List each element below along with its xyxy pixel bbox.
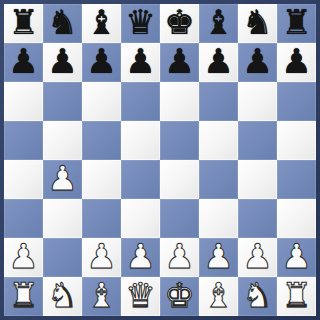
square-a4[interactable] [4, 160, 43, 199]
square-d1[interactable]: ♛ [121, 277, 160, 316]
square-e2[interactable]: ♟ [160, 238, 199, 277]
piece-black-pawn: ♟ [86, 43, 116, 81]
square-b8[interactable]: ♞ [43, 4, 82, 43]
square-b1[interactable]: ♞ [43, 277, 82, 316]
square-d3[interactable] [121, 199, 160, 238]
square-a3[interactable] [4, 199, 43, 238]
square-c4[interactable] [82, 160, 121, 199]
square-d4[interactable] [121, 160, 160, 199]
square-b5[interactable] [43, 121, 82, 160]
square-f4[interactable] [199, 160, 238, 199]
square-g4[interactable] [238, 160, 277, 199]
piece-black-bishop: ♝ [86, 4, 116, 42]
piece-black-knight: ♞ [242, 4, 272, 42]
square-h1[interactable]: ♜ [277, 277, 316, 316]
piece-black-pawn: ♟ [281, 43, 311, 81]
piece-white-rook: ♜ [8, 277, 38, 315]
piece-black-pawn: ♟ [8, 43, 38, 81]
square-g8[interactable]: ♞ [238, 4, 277, 43]
square-c2[interactable]: ♟ [82, 238, 121, 277]
square-a5[interactable] [4, 121, 43, 160]
piece-black-queen: ♛ [125, 4, 155, 42]
piece-black-king: ♚ [164, 4, 194, 42]
square-e8[interactable]: ♚ [160, 4, 199, 43]
piece-white-pawn: ♟ [203, 238, 233, 276]
piece-black-pawn: ♟ [203, 43, 233, 81]
piece-white-pawn: ♟ [125, 238, 155, 276]
piece-white-bishop: ♝ [86, 277, 116, 315]
square-a1[interactable]: ♜ [4, 277, 43, 316]
piece-white-pawn: ♟ [8, 238, 38, 276]
square-g7[interactable]: ♟ [238, 43, 277, 82]
square-h3[interactable] [277, 199, 316, 238]
square-d6[interactable] [121, 82, 160, 121]
square-b3[interactable] [43, 199, 82, 238]
square-c7[interactable]: ♟ [82, 43, 121, 82]
square-a8[interactable]: ♜ [4, 4, 43, 43]
piece-white-pawn: ♟ [86, 238, 116, 276]
square-h4[interactable] [277, 160, 316, 199]
piece-white-pawn: ♟ [47, 160, 77, 198]
piece-white-knight: ♞ [242, 277, 272, 315]
square-f5[interactable] [199, 121, 238, 160]
piece-white-pawn: ♟ [164, 238, 194, 276]
piece-white-knight: ♞ [47, 277, 77, 315]
square-g1[interactable]: ♞ [238, 277, 277, 316]
piece-black-bishop: ♝ [203, 4, 233, 42]
square-b4[interactable]: ♟ [43, 160, 82, 199]
square-h8[interactable]: ♜ [277, 4, 316, 43]
square-c8[interactable]: ♝ [82, 4, 121, 43]
square-f6[interactable] [199, 82, 238, 121]
square-e7[interactable]: ♟ [160, 43, 199, 82]
square-h2[interactable]: ♟ [277, 238, 316, 277]
square-c5[interactable] [82, 121, 121, 160]
piece-black-knight: ♞ [47, 4, 77, 42]
square-a6[interactable] [4, 82, 43, 121]
square-a7[interactable]: ♟ [4, 43, 43, 82]
piece-black-pawn: ♟ [47, 43, 77, 81]
piece-white-bishop: ♝ [203, 277, 233, 315]
piece-white-queen: ♛ [125, 277, 155, 315]
square-g5[interactable] [238, 121, 277, 160]
square-f3[interactable] [199, 199, 238, 238]
square-a2[interactable]: ♟ [4, 238, 43, 277]
chess-board: ♜♞♝♛♚♝♞♜♟♟♟♟♟♟♟♟♟♟♟♟♟♟♟♟♜♞♝♛♚♝♞♜ [4, 4, 316, 316]
square-f2[interactable]: ♟ [199, 238, 238, 277]
square-e4[interactable] [160, 160, 199, 199]
square-h7[interactable]: ♟ [277, 43, 316, 82]
square-d5[interactable] [121, 121, 160, 160]
piece-black-pawn: ♟ [125, 43, 155, 81]
square-b6[interactable] [43, 82, 82, 121]
square-e3[interactable] [160, 199, 199, 238]
piece-white-pawn: ♟ [281, 238, 311, 276]
square-g2[interactable]: ♟ [238, 238, 277, 277]
square-e5[interactable] [160, 121, 199, 160]
square-h5[interactable] [277, 121, 316, 160]
square-g3[interactable] [238, 199, 277, 238]
square-b2[interactable] [43, 238, 82, 277]
square-h6[interactable] [277, 82, 316, 121]
square-e1[interactable]: ♚ [160, 277, 199, 316]
square-f7[interactable]: ♟ [199, 43, 238, 82]
square-c6[interactable] [82, 82, 121, 121]
square-e6[interactable] [160, 82, 199, 121]
piece-white-pawn: ♟ [242, 238, 272, 276]
square-f1[interactable]: ♝ [199, 277, 238, 316]
square-c3[interactable] [82, 199, 121, 238]
piece-white-rook: ♜ [281, 277, 311, 315]
piece-black-pawn: ♟ [242, 43, 272, 81]
square-g6[interactable] [238, 82, 277, 121]
chess-board-frame: ♜♞♝♛♚♝♞♜♟♟♟♟♟♟♟♟♟♟♟♟♟♟♟♟♜♞♝♛♚♝♞♜ [0, 0, 320, 320]
square-c1[interactable]: ♝ [82, 277, 121, 316]
piece-black-pawn: ♟ [164, 43, 194, 81]
piece-white-king: ♚ [164, 277, 194, 315]
square-f8[interactable]: ♝ [199, 4, 238, 43]
piece-black-rook: ♜ [8, 4, 38, 42]
square-d7[interactable]: ♟ [121, 43, 160, 82]
square-d2[interactable]: ♟ [121, 238, 160, 277]
square-d8[interactable]: ♛ [121, 4, 160, 43]
square-b7[interactable]: ♟ [43, 43, 82, 82]
piece-black-rook: ♜ [281, 4, 311, 42]
